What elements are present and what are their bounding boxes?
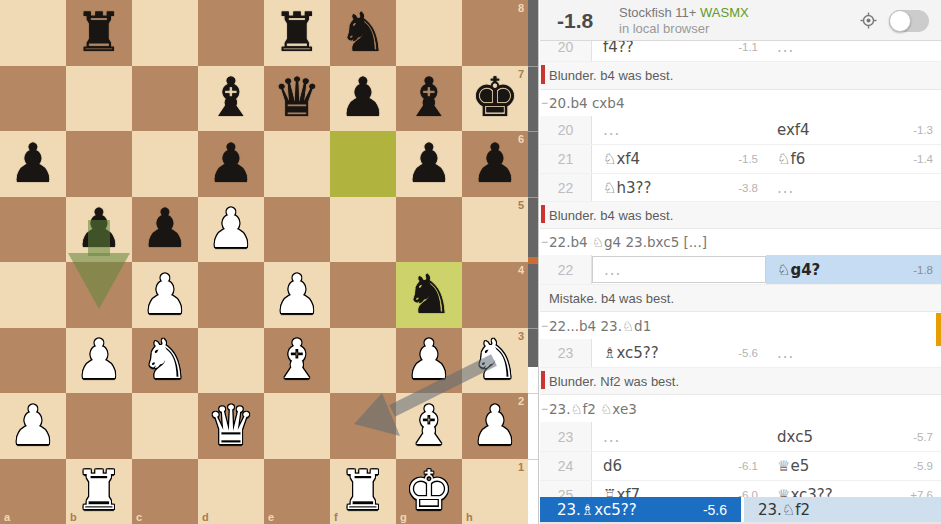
black-move-cell[interactable]: exf4-1.3 bbox=[766, 116, 941, 144]
black-move-cell[interactable]: ♕xc3??+7.6 bbox=[766, 481, 941, 497]
move-san: ... bbox=[777, 179, 794, 197]
move-row: 20...exf4-1.3 bbox=[540, 116, 941, 145]
square-c3[interactable]: ♞ bbox=[132, 328, 198, 394]
move-row: 21♘xf4-1.5♘f6-1.4 bbox=[540, 145, 941, 174]
move-row: 22♘h3??-3.8... bbox=[540, 174, 941, 202]
square-e8[interactable]: ♜ bbox=[264, 0, 330, 66]
black-queen-e7[interactable]: ♛ bbox=[264, 66, 330, 132]
move-row: 25♖xf7-6.0♕xc3??+7.6 bbox=[540, 481, 941, 497]
move-san: ♘xf4 bbox=[603, 150, 640, 168]
variation-line[interactable]: −22...b4 23.♘d1 bbox=[540, 312, 941, 339]
square-b8[interactable]: ♜ bbox=[66, 0, 132, 66]
judgment-comment: Blunder. b4 was best. bbox=[540, 202, 941, 229]
square-e7[interactable]: ♛ bbox=[264, 66, 330, 132]
square-b4[interactable] bbox=[66, 262, 132, 328]
analysis-panel: -1.8 Stockfish 11+ WASMX in local browse… bbox=[540, 0, 941, 524]
square-g5[interactable] bbox=[396, 197, 462, 263]
white-move-cell[interactable]: ... bbox=[592, 116, 766, 144]
gauge-tick bbox=[528, 66, 538, 67]
white-pawn-c4[interactable]: ♟ bbox=[132, 262, 198, 328]
move-eval: -3.8 bbox=[738, 182, 758, 194]
engine-header: -1.8 Stockfish 11+ WASMX in local browse… bbox=[540, 0, 941, 41]
square-h6[interactable]: 6♟ bbox=[462, 131, 528, 197]
square-a5[interactable] bbox=[0, 197, 66, 263]
move-eval: -5.7 bbox=[913, 431, 933, 443]
black-pawn-d6[interactable]: ♟ bbox=[198, 131, 264, 197]
square-g7[interactable]: ♝ bbox=[396, 66, 462, 132]
move-list-scrollbar-thumb[interactable] bbox=[936, 313, 941, 346]
variation-text: 22...b4 23.♘d1 bbox=[549, 318, 651, 334]
file-label-c: c bbox=[136, 511, 142, 523]
black-move-cell[interactable]: dxc5-5.7 bbox=[766, 422, 941, 451]
move-number: 20 bbox=[540, 116, 592, 144]
judgment-comment: Mistake. b4 was best. bbox=[540, 285, 941, 312]
collapse-icon[interactable]: − bbox=[541, 235, 549, 249]
black-move-cell[interactable]: ... bbox=[766, 41, 941, 61]
move-number: 23 bbox=[540, 422, 592, 451]
square-d6[interactable]: ♟ bbox=[198, 131, 264, 197]
engine-subtitle: in local browser bbox=[619, 21, 709, 36]
black-pawn-c5[interactable]: ♟ bbox=[132, 197, 198, 263]
square-d2[interactable]: ♛ bbox=[198, 393, 264, 459]
white-pawn-h2[interactable]: ♟ bbox=[462, 393, 528, 459]
engine-eval: -1.8 bbox=[557, 9, 593, 33]
move-eval: -5.9 bbox=[913, 460, 933, 472]
move-list: 20f4??-1.1...Blunder. b4 was best.−20.b4… bbox=[540, 41, 941, 497]
square-a6[interactable]: ♟ bbox=[0, 131, 66, 197]
engine-toggle-knob[interactable] bbox=[889, 10, 911, 32]
clipped-move-row: 20f4??-1.1... bbox=[540, 41, 941, 62]
white-pawn-g3[interactable]: ♟ bbox=[396, 328, 462, 394]
square-d8[interactable] bbox=[198, 0, 264, 66]
black-move-cell[interactable]: ... bbox=[766, 339, 941, 367]
white-move-cell[interactable]: ... bbox=[592, 256, 766, 283]
white-move-cell[interactable]: ♗xc5??-5.6 bbox=[592, 339, 766, 367]
square-a8[interactable] bbox=[0, 0, 66, 66]
variation-line[interactable]: −22.b4 ♘g4 23.bxc5 [...] bbox=[540, 229, 941, 255]
square-a4[interactable] bbox=[0, 262, 66, 328]
file-label-h: h bbox=[466, 511, 473, 523]
black-rook-b8[interactable]: ♜ bbox=[66, 0, 132, 66]
white-rook-f1[interactable]: ♜ bbox=[330, 459, 396, 524]
bottom-bar-played-eval: -5.6 bbox=[703, 502, 727, 518]
move-eval: -1.4 bbox=[913, 153, 933, 165]
bottom-bar-played-san: 23.♗xc5?? bbox=[557, 501, 637, 519]
white-knight-h3[interactable]: ♞ bbox=[462, 328, 528, 394]
square-g1[interactable]: g♚ bbox=[396, 459, 462, 524]
move-san: ... bbox=[777, 344, 794, 362]
move-number: 20 bbox=[540, 41, 592, 61]
engine-name-text: Stockfish 11+ bbox=[619, 5, 696, 20]
black-king-h7[interactable]: ♚ bbox=[462, 66, 528, 132]
square-a1[interactable]: a bbox=[0, 459, 66, 524]
engine-badge: WASMX bbox=[700, 5, 749, 20]
move-eval: -1.8 bbox=[913, 264, 933, 276]
white-knight-c3[interactable]: ♞ bbox=[132, 328, 198, 394]
square-f2[interactable] bbox=[330, 393, 396, 459]
chess-board[interactable]: ♜♜♞8♝♛♟♝7♚♟♟♟6♟♟♟♟5♟♟♞4♟♞♝♟3♞♟♛♝2♟ab♜cde… bbox=[0, 0, 528, 524]
variation-line[interactable]: −20.b4 cxb4 bbox=[540, 90, 941, 116]
eval-gauge-black-portion bbox=[528, 0, 538, 367]
rank-label-1: 1 bbox=[518, 461, 524, 473]
white-move-cell[interactable]: ♘xf4-1.5 bbox=[592, 145, 766, 173]
variation-text: 23.♘f2 ♘xe3 bbox=[549, 401, 637, 417]
square-a3[interactable] bbox=[0, 328, 66, 394]
move-san: ♘h3?? bbox=[603, 179, 651, 197]
white-rook-b1[interactable]: ♜ bbox=[66, 459, 132, 524]
white-pawn-e4[interactable]: ♟ bbox=[264, 262, 330, 328]
move-san: f4?? bbox=[603, 41, 634, 56]
file-label-e: e bbox=[268, 511, 274, 523]
rank-label-8: 8 bbox=[518, 2, 524, 14]
white-pawn-d5[interactable]: ♟ bbox=[198, 197, 264, 263]
move-san: ... bbox=[777, 41, 794, 56]
clipped-move-row: 25♖xf7-6.0♕xc3??+7.6 bbox=[540, 481, 941, 497]
square-b3[interactable]: ♟ bbox=[66, 328, 132, 394]
black-pawn-h6[interactable]: ♟ bbox=[462, 131, 528, 197]
square-f4[interactable] bbox=[330, 262, 396, 328]
black-pawn-f7[interactable]: ♟ bbox=[330, 66, 396, 132]
collapse-icon[interactable]: − bbox=[541, 96, 549, 110]
square-h7[interactable]: 7♚ bbox=[462, 66, 528, 132]
black-bishop-g7[interactable]: ♝ bbox=[396, 66, 462, 132]
black-rook-e8[interactable]: ♜ bbox=[264, 0, 330, 66]
collapse-icon[interactable]: − bbox=[541, 319, 549, 333]
square-h2[interactable]: 2♟ bbox=[462, 393, 528, 459]
collapse-icon[interactable]: − bbox=[541, 402, 549, 416]
variation-text: 22.b4 ♘g4 23.bxc5 [...] bbox=[549, 234, 707, 250]
move-number: 24 bbox=[540, 452, 592, 480]
black-move-cell[interactable]: ♘f6-1.4 bbox=[766, 145, 941, 173]
gauge-tick bbox=[528, 131, 538, 132]
judgment-comment: Blunder. Nf2 was best. bbox=[540, 368, 941, 395]
white-pawn-a2[interactable]: ♟ bbox=[0, 393, 66, 459]
white-move-cell[interactable]: ♖xf7-6.0 bbox=[592, 481, 766, 497]
square-g4[interactable]: ♞ bbox=[396, 262, 462, 328]
move-san: dxc5 bbox=[777, 428, 813, 446]
square-c7[interactable] bbox=[132, 66, 198, 132]
white-queen-d2[interactable]: ♛ bbox=[198, 393, 264, 459]
square-d4[interactable] bbox=[198, 262, 264, 328]
judgment-comment-text: Mistake. b4 was best. bbox=[549, 291, 674, 306]
black-move-cell[interactable]: ♕e5-5.9 bbox=[766, 452, 941, 480]
square-c5[interactable]: ♟ bbox=[132, 197, 198, 263]
move-row: 24d6-6.1♕e5-5.9 bbox=[540, 452, 941, 481]
move-eval: -6.1 bbox=[738, 460, 758, 472]
move-number: 25 bbox=[540, 481, 592, 497]
white-move-cell[interactable]: ... bbox=[592, 422, 766, 451]
white-move-cell[interactable]: d6-6.1 bbox=[592, 452, 766, 480]
move-san: ... bbox=[604, 261, 621, 279]
square-h3[interactable]: 3♞ bbox=[462, 328, 528, 394]
move-san: ♘g4? bbox=[777, 261, 820, 279]
judgment-comment-text: Blunder. b4 was best. bbox=[549, 208, 673, 223]
square-e4[interactable]: ♟ bbox=[264, 262, 330, 328]
move-number: 22 bbox=[540, 174, 592, 201]
black-pawn-g6[interactable]: ♟ bbox=[396, 131, 462, 197]
move-number: 21 bbox=[540, 145, 592, 173]
gauge-tick bbox=[528, 197, 538, 198]
square-b7[interactable] bbox=[66, 66, 132, 132]
square-h1[interactable]: h1 bbox=[462, 459, 528, 524]
black-pawn-b5[interactable]: ♟ bbox=[66, 197, 132, 263]
white-bishop-e3[interactable]: ♝ bbox=[264, 328, 330, 394]
move-eval: -1.1 bbox=[738, 41, 758, 53]
square-c6[interactable] bbox=[132, 131, 198, 197]
variation-line[interactable]: −23.♘f2 ♘xe3 bbox=[540, 395, 941, 422]
white-move-cell[interactable]: f4??-1.1 bbox=[592, 41, 766, 61]
square-e5[interactable] bbox=[264, 197, 330, 263]
move-eval: -1.5 bbox=[738, 153, 758, 165]
square-c1[interactable]: c bbox=[132, 459, 198, 524]
rank-label-4: 4 bbox=[518, 264, 524, 276]
square-e6[interactable] bbox=[264, 131, 330, 197]
black-knight-g4[interactable]: ♞ bbox=[396, 262, 462, 328]
move-san: ♘f6 bbox=[777, 150, 805, 168]
move-san: ♖xf7 bbox=[603, 486, 640, 497]
analysis-app: { "game": "chess", "position": { "fen": … bbox=[0, 0, 941, 524]
square-h8[interactable]: 8 bbox=[462, 0, 528, 66]
move-san: d6 bbox=[603, 457, 622, 475]
move-number: 23 bbox=[540, 339, 592, 367]
move-san: ♕e5 bbox=[777, 457, 809, 475]
move-eval: -5.6 bbox=[738, 347, 758, 359]
square-f8[interactable]: ♞ bbox=[330, 0, 396, 66]
black-knight-f8[interactable]: ♞ bbox=[330, 0, 396, 66]
move-row: 23♗xc5??-5.6... bbox=[540, 339, 941, 368]
file-label-d: d bbox=[202, 511, 209, 523]
move-san: ♗xc5?? bbox=[603, 344, 659, 362]
eval-gauge-midline-tick bbox=[528, 257, 538, 264]
judgment-comment-text: Blunder. b4 was best. bbox=[549, 68, 673, 83]
black-bishop-d7[interactable]: ♝ bbox=[198, 66, 264, 132]
white-bishop-g2[interactable]: ♝ bbox=[396, 393, 462, 459]
file-label-a: a bbox=[4, 511, 10, 523]
square-f5[interactable] bbox=[330, 197, 396, 263]
move-eval: -1.3 bbox=[913, 124, 933, 136]
move-number: 22 bbox=[540, 255, 592, 284]
move-row: 23...dxc5-5.7 bbox=[540, 422, 941, 452]
square-a2[interactable]: ♟ bbox=[0, 393, 66, 459]
bottom-bar-played-move[interactable]: 23.♗xc5?? -5.6 bbox=[540, 497, 741, 522]
engine-name: Stockfish 11+ WASMX bbox=[619, 5, 749, 20]
move-san: ... bbox=[603, 428, 620, 446]
square-g3[interactable]: ♟ bbox=[396, 328, 462, 394]
square-h5[interactable]: 5 bbox=[462, 197, 528, 263]
square-c8[interactable] bbox=[132, 0, 198, 66]
bottom-bar-best-san: 23.♘f2 bbox=[758, 501, 810, 519]
bottom-bar-best-move[interactable]: 23.♘f2 bbox=[744, 497, 941, 522]
square-e1[interactable]: e bbox=[264, 459, 330, 524]
square-d5[interactable]: ♟ bbox=[198, 197, 264, 263]
rank-label-5: 5 bbox=[518, 199, 524, 211]
move-row: 20f4??-1.1... bbox=[540, 41, 941, 62]
white-pawn-b3[interactable]: ♟ bbox=[66, 328, 132, 394]
square-d3[interactable] bbox=[198, 328, 264, 394]
square-b5[interactable]: ♟ bbox=[66, 197, 132, 263]
square-f1[interactable]: f♜ bbox=[330, 459, 396, 524]
square-c2[interactable] bbox=[132, 393, 198, 459]
judgment-comment: Blunder. b4 was best. bbox=[540, 62, 941, 90]
square-g2[interactable]: ♝ bbox=[396, 393, 462, 459]
white-move-cell[interactable]: ♘h3??-3.8 bbox=[592, 174, 766, 201]
gauge-tick bbox=[528, 328, 538, 329]
black-move-cell[interactable]: ... bbox=[766, 174, 941, 201]
gauge-tick bbox=[528, 459, 538, 460]
gauge-tick bbox=[528, 393, 538, 394]
square-b2[interactable] bbox=[66, 393, 132, 459]
square-f6[interactable] bbox=[330, 131, 396, 197]
black-move-cell[interactable]: ♘g4?-1.8 bbox=[766, 255, 941, 284]
white-king-g1[interactable]: ♚ bbox=[396, 459, 462, 524]
square-d1[interactable]: d bbox=[198, 459, 264, 524]
square-f3[interactable] bbox=[330, 328, 396, 394]
square-d7[interactable]: ♝ bbox=[198, 66, 264, 132]
square-e3[interactable]: ♝ bbox=[264, 328, 330, 394]
square-g6[interactable]: ♟ bbox=[396, 131, 462, 197]
move-san: ♕xc3?? bbox=[777, 486, 833, 497]
square-b6[interactable] bbox=[66, 131, 132, 197]
move-san: exf4 bbox=[777, 121, 810, 139]
square-b1[interactable]: b♜ bbox=[66, 459, 132, 524]
square-h4[interactable]: 4 bbox=[462, 262, 528, 328]
engine-toggle-switch[interactable] bbox=[889, 10, 929, 32]
square-c4[interactable]: ♟ bbox=[132, 262, 198, 328]
move-eval: +7.6 bbox=[910, 489, 933, 497]
square-e2[interactable] bbox=[264, 393, 330, 459]
move-row: 22...♘g4?-1.8 bbox=[540, 255, 941, 285]
black-pawn-a6[interactable]: ♟ bbox=[0, 131, 66, 197]
eval-gauge bbox=[528, 0, 539, 524]
square-f7[interactable]: ♟ bbox=[330, 66, 396, 132]
practice-target-icon[interactable] bbox=[860, 12, 877, 29]
square-a7[interactable] bbox=[0, 66, 66, 132]
bottom-variation-bar: 23.♗xc5?? -5.6 23.♘f2 bbox=[540, 497, 941, 522]
judgment-comment-text: Blunder. Nf2 was best. bbox=[549, 374, 679, 389]
move-eval: -6.0 bbox=[738, 489, 758, 497]
move-san: ... bbox=[603, 121, 620, 139]
variation-text: 20.b4 cxb4 bbox=[549, 95, 625, 111]
square-g8[interactable] bbox=[396, 0, 462, 66]
